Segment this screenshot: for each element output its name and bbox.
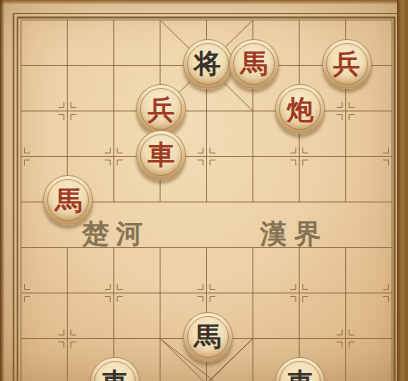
piece-red-horse[interactable]: 馬 bbox=[229, 39, 279, 89]
piece-character: 車 bbox=[287, 369, 314, 381]
piece-character: 将 bbox=[194, 50, 221, 77]
piece-character: 車 bbox=[148, 141, 175, 168]
piece-character: 炮 bbox=[287, 96, 314, 123]
piece-black-horse[interactable]: 馬 bbox=[183, 312, 233, 362]
piece-black-chariot[interactable]: 車 bbox=[275, 357, 325, 381]
piece-red-cannon[interactable]: 炮 bbox=[275, 84, 325, 134]
piece-red-horse[interactable]: 馬 bbox=[43, 175, 93, 225]
piece-black-chariot[interactable]: 車 bbox=[90, 357, 140, 381]
piece-red-soldier[interactable]: 兵 bbox=[136, 84, 186, 134]
piece-character: 馬 bbox=[55, 187, 82, 214]
piece-character: 兵 bbox=[333, 50, 360, 77]
piece-character: 馬 bbox=[194, 323, 221, 350]
xiangqi-board: 楚河 漢界 将馬兵兵炮車馬馬車車 bbox=[0, 0, 408, 381]
piece-character: 車 bbox=[101, 369, 128, 381]
piece-red-soldier[interactable]: 兵 bbox=[322, 39, 372, 89]
piece-character: 兵 bbox=[148, 96, 175, 123]
piece-red-chariot[interactable]: 車 bbox=[136, 130, 186, 180]
piece-character: 馬 bbox=[240, 50, 267, 77]
piece-black-general[interactable]: 将 bbox=[183, 39, 233, 89]
pieces-layer: 将馬兵兵炮車馬馬車車 bbox=[0, 0, 408, 381]
